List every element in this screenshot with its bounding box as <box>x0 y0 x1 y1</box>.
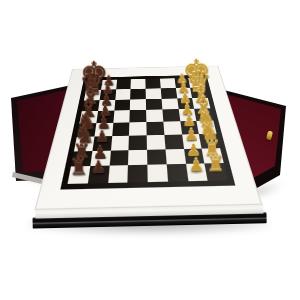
board-square <box>189 78 206 88</box>
board-square <box>202 148 224 164</box>
board-square <box>162 109 180 121</box>
board-square <box>147 149 166 165</box>
chess-board <box>34 66 262 210</box>
board-square <box>130 99 146 110</box>
board-square <box>161 98 178 109</box>
board-square <box>115 89 131 100</box>
board-frame <box>60 75 235 190</box>
board-square <box>101 80 117 90</box>
board-square <box>112 122 130 135</box>
board-square <box>110 136 129 151</box>
board-square <box>165 149 185 165</box>
board-square <box>163 121 181 134</box>
product-photo: ♚♟♟♚♛♟♟♛♝♟♟♝♝♟♟♝♞♟♟♞♞♟♟♞♜♟♟♜♜♟♟♜ <box>0 0 300 300</box>
board-square <box>92 136 111 151</box>
board-square <box>113 110 130 122</box>
board-square <box>99 89 115 100</box>
board-square <box>96 111 114 123</box>
board-square <box>90 150 110 166</box>
board-square <box>190 87 207 98</box>
board-square <box>94 123 113 137</box>
board-square <box>82 100 100 112</box>
board-square <box>192 97 210 108</box>
board-square <box>161 88 177 99</box>
board-square <box>68 166 90 184</box>
board-grid <box>68 78 228 184</box>
board-square <box>128 149 147 165</box>
board-square <box>109 150 129 166</box>
board-square <box>146 122 164 135</box>
board-square <box>88 166 110 184</box>
board-square <box>128 165 148 183</box>
board-square <box>147 165 167 183</box>
board-square <box>194 109 213 121</box>
board-square <box>130 89 145 100</box>
board-square <box>205 163 228 181</box>
board-square <box>199 134 220 149</box>
board-square <box>129 122 146 135</box>
board-square <box>130 110 147 122</box>
board-square <box>164 134 183 149</box>
chess-board-assembly: ♚♟♟♚♛♟♟♛♝♟♟♝♝♟♟♝♞♟♟♞♞♟♟♞♜♟♟♜♜♟♟♜ <box>0 0 300 300</box>
board-square <box>131 79 146 89</box>
board-square <box>77 123 96 137</box>
board-square <box>147 135 166 150</box>
board-square <box>86 80 102 90</box>
board-square <box>74 136 94 151</box>
board-square <box>84 90 101 101</box>
board-square <box>197 121 217 134</box>
board-square <box>71 151 92 167</box>
board-square <box>166 164 187 182</box>
board-square <box>160 78 176 88</box>
board-square <box>114 99 130 111</box>
board-square <box>116 79 131 89</box>
board-square <box>146 99 162 110</box>
board-square <box>98 100 115 112</box>
board-square <box>108 165 129 183</box>
board-square <box>79 111 97 123</box>
board-square <box>145 79 160 89</box>
board-square <box>129 135 147 150</box>
board-square <box>146 88 162 99</box>
board-square <box>146 110 163 122</box>
